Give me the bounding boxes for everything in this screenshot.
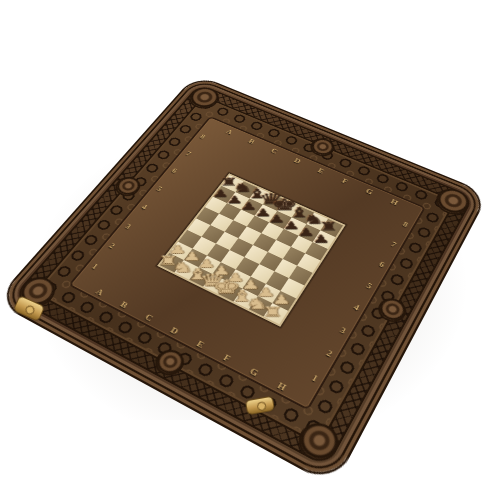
- square-g3[interactable]: [266, 271, 289, 291]
- white-rook: ♜: [262, 305, 283, 319]
- square-b1[interactable]: ♞: [174, 260, 198, 279]
- product-photo: ABCDEFGH ABCDEFGH 87654321 87654321 ♜♞♝♛…: [0, 0, 500, 500]
- square-a1[interactable]: ♜: [160, 253, 184, 272]
- square-h4[interactable]: [289, 266, 312, 286]
- square-e4[interactable]: [245, 245, 268, 264]
- white-bishop: ♝: [230, 288, 254, 304]
- square-f2[interactable]: ♟: [242, 276, 266, 296]
- square-e1[interactable]: ♚: [218, 281, 242, 301]
- square-f4[interactable]: [259, 252, 282, 271]
- white-pawn: ♟: [241, 279, 260, 291]
- white-pawn: ♟: [226, 272, 245, 284]
- square-h3[interactable]: [281, 278, 305, 298]
- square-g2[interactable]: ♟: [257, 283, 281, 303]
- chess-board: ABCDEFGH ABCDEFGH 87654321 87654321 ♜♞♝♛…: [0, 76, 487, 484]
- white-knight: ♞: [246, 297, 269, 312]
- white-pawn: ♟: [272, 294, 291, 306]
- square-g1[interactable]: ♞: [248, 296, 272, 317]
- square-h5[interactable]: [297, 254, 320, 273]
- white-knight: ♞: [172, 261, 195, 275]
- scene: ABCDEFGH ABCDEFGH 87654321 87654321 ♜♞♝♛…: [0, 0, 500, 500]
- square-h1[interactable]: ♜: [264, 303, 288, 324]
- black-pawn: ♟: [312, 233, 331, 244]
- square-h2[interactable]: ♟: [272, 291, 296, 311]
- square-f1[interactable]: ♝: [233, 289, 257, 309]
- square-f3[interactable]: [251, 264, 274, 283]
- white-pawn: ♟: [256, 286, 275, 298]
- black-rook: ♜: [319, 220, 339, 232]
